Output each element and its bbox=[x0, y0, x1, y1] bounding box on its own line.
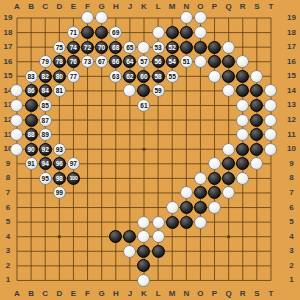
row-label-right: 13 bbox=[287, 101, 296, 109]
black-stone-E16[interactable]: 76 bbox=[67, 55, 80, 68]
row-label-right: 19 bbox=[287, 14, 296, 22]
white-stone-T12[interactable] bbox=[264, 114, 277, 127]
white-stone-O5[interactable] bbox=[194, 216, 207, 229]
white-stone-P9[interactable] bbox=[208, 157, 221, 170]
white-stone-E15[interactable]: 77 bbox=[67, 70, 80, 83]
white-stone-R8[interactable] bbox=[236, 172, 249, 185]
black-stone-H17[interactable]: 68 bbox=[109, 41, 122, 54]
white-stone-K1[interactable] bbox=[137, 274, 150, 287]
black-stone-S14[interactable] bbox=[250, 84, 263, 97]
white-stone-L5[interactable] bbox=[152, 216, 165, 229]
black-stone-N18[interactable] bbox=[180, 26, 193, 39]
column-label-bottom: E bbox=[71, 290, 76, 298]
black-stone-F18[interactable] bbox=[81, 26, 94, 39]
white-stone-O8[interactable] bbox=[194, 172, 207, 185]
row-label-right: 9 bbox=[289, 160, 293, 168]
white-stone-A13[interactable] bbox=[10, 99, 23, 112]
column-label-top: Q bbox=[226, 3, 232, 11]
black-stone-M5[interactable] bbox=[166, 216, 179, 229]
black-stone-L3[interactable] bbox=[152, 245, 165, 258]
white-stone-K4[interactable] bbox=[137, 230, 150, 243]
go-board[interactable]: 7169757472706865535279787673676664575654… bbox=[10, 11, 278, 288]
black-stone-C10[interactable]: 92 bbox=[39, 143, 52, 156]
black-stone-E17[interactable]: 74 bbox=[67, 41, 80, 54]
black-stone-J4[interactable] bbox=[123, 230, 136, 243]
white-stone-D7[interactable]: 99 bbox=[53, 186, 66, 199]
white-stone-L18[interactable] bbox=[152, 26, 165, 39]
column-label-bottom: N bbox=[183, 290, 189, 298]
column-label-top: T bbox=[269, 3, 274, 11]
black-stone-H4[interactable] bbox=[109, 230, 122, 243]
white-stone-R11[interactable] bbox=[236, 128, 249, 141]
row-label-right: 12 bbox=[287, 116, 296, 124]
row-label-right: 7 bbox=[289, 189, 293, 197]
white-stone-Q7[interactable] bbox=[222, 186, 235, 199]
row-label-right: 10 bbox=[287, 145, 296, 153]
white-stone-M15[interactable]: 55 bbox=[166, 70, 179, 83]
white-stone-T10[interactable] bbox=[264, 143, 277, 156]
white-stone-O19[interactable] bbox=[194, 11, 207, 24]
white-stone-D10[interactable]: 93 bbox=[53, 143, 66, 156]
column-label-top: J bbox=[128, 3, 132, 11]
black-stone-Q16[interactable] bbox=[222, 55, 235, 68]
black-stone-P16[interactable] bbox=[208, 55, 221, 68]
black-stone-R15[interactable] bbox=[236, 70, 249, 83]
black-stone-S10[interactable] bbox=[250, 143, 263, 156]
row-label-right: 18 bbox=[287, 29, 296, 37]
white-stone-R13[interactable] bbox=[236, 99, 249, 112]
black-stone-D8[interactable]: 98 bbox=[53, 172, 66, 185]
white-stone-T13[interactable] bbox=[264, 99, 277, 112]
black-stone-Q8[interactable] bbox=[222, 172, 235, 185]
black-stone-B13[interactable] bbox=[25, 99, 38, 112]
black-stone-S11[interactable] bbox=[250, 128, 263, 141]
black-stone-F17[interactable]: 72 bbox=[81, 41, 94, 54]
column-label-top: L bbox=[156, 3, 161, 11]
black-stone-P7[interactable] bbox=[208, 186, 221, 199]
white-stone-K17[interactable] bbox=[137, 41, 150, 54]
go-board-diagram: AABBCCDDEEFFGGHHJJKKLLMMNNOOPPQQRRSSTT19… bbox=[0, 0, 300, 300]
black-stone-N6[interactable] bbox=[180, 201, 193, 214]
column-label-top: M bbox=[169, 3, 176, 11]
white-stone-G19[interactable] bbox=[95, 11, 108, 24]
white-stone-O16[interactable] bbox=[194, 55, 207, 68]
column-label-top: D bbox=[56, 3, 62, 11]
white-stone-K13[interactable]: 61 bbox=[137, 99, 150, 112]
row-label-right: 8 bbox=[289, 174, 293, 182]
column-label-top: O bbox=[197, 3, 203, 11]
black-stone-R14[interactable] bbox=[236, 84, 249, 97]
column-label-bottom: M bbox=[169, 290, 176, 298]
column-label-bottom: C bbox=[42, 290, 48, 298]
black-stone-N17[interactable] bbox=[180, 41, 193, 54]
black-stone-S12[interactable] bbox=[250, 114, 263, 127]
white-stone-N7[interactable] bbox=[180, 186, 193, 199]
row-label-right: 4 bbox=[289, 233, 293, 241]
black-stone-O7[interactable] bbox=[194, 186, 207, 199]
column-label-bottom: Q bbox=[226, 290, 232, 298]
white-stone-R12[interactable] bbox=[236, 114, 249, 127]
column-label-top: K bbox=[141, 3, 147, 11]
row-label-right: 11 bbox=[287, 131, 295, 139]
white-stone-N19[interactable] bbox=[180, 11, 193, 24]
column-label-bottom: T bbox=[269, 290, 274, 298]
black-stone-J16[interactable]: 64 bbox=[123, 55, 136, 68]
column-label-bottom: B bbox=[28, 290, 34, 298]
white-stone-N16[interactable]: 51 bbox=[180, 55, 193, 68]
column-label-bottom: A bbox=[14, 290, 20, 298]
white-stone-A14[interactable] bbox=[10, 84, 23, 97]
black-stone-K14[interactable] bbox=[137, 84, 150, 97]
column-label-top: R bbox=[240, 3, 246, 11]
white-stone-O18[interactable] bbox=[194, 26, 207, 39]
white-stone-F16[interactable]: 73 bbox=[81, 55, 94, 68]
white-stone-C11[interactable]: 89 bbox=[39, 128, 52, 141]
black-stone-G18[interactable] bbox=[95, 26, 108, 39]
white-stone-H18[interactable]: 69 bbox=[109, 26, 122, 39]
black-stone-O17[interactable] bbox=[194, 41, 207, 54]
black-stone-C15[interactable]: 82 bbox=[39, 70, 52, 83]
row-label-right: 6 bbox=[289, 204, 293, 212]
black-stone-Q15[interactable] bbox=[222, 70, 235, 83]
black-stone-N5[interactable] bbox=[180, 216, 193, 229]
row-label-right: 5 bbox=[289, 218, 293, 226]
white-stone-A11[interactable] bbox=[10, 128, 23, 141]
black-stone-K3[interactable] bbox=[137, 245, 150, 258]
black-stone-C9[interactable]: 94 bbox=[39, 157, 52, 170]
column-label-bottom: P bbox=[212, 290, 217, 298]
white-stone-L17[interactable]: 53 bbox=[152, 41, 165, 54]
white-stone-M6[interactable] bbox=[166, 201, 179, 214]
black-stone-R9[interactable] bbox=[236, 157, 249, 170]
column-label-top: A bbox=[14, 3, 20, 11]
column-label-bottom: O bbox=[197, 290, 203, 298]
column-label-top: G bbox=[99, 3, 105, 11]
white-stone-D14[interactable]: 81 bbox=[53, 84, 66, 97]
black-stone-S13[interactable] bbox=[250, 99, 263, 112]
white-stone-P6[interactable] bbox=[208, 201, 221, 214]
black-stone-M18[interactable] bbox=[166, 26, 179, 39]
white-stone-H15[interactable]: 63 bbox=[109, 70, 122, 83]
column-label-bottom: H bbox=[113, 290, 119, 298]
column-label-bottom: R bbox=[240, 290, 246, 298]
column-label-top: H bbox=[113, 3, 119, 11]
white-stone-K16[interactable]: 57 bbox=[137, 55, 150, 68]
column-label-bottom: G bbox=[99, 290, 105, 298]
white-stone-K5[interactable] bbox=[137, 216, 150, 229]
white-stone-J17[interactable]: 65 bbox=[123, 41, 136, 54]
black-stone-B11[interactable]: 88 bbox=[25, 128, 38, 141]
column-label-bottom: F bbox=[85, 290, 90, 298]
white-stone-Q10[interactable] bbox=[222, 143, 235, 156]
column-label-bottom: J bbox=[128, 290, 132, 298]
row-label-right: 1 bbox=[289, 276, 293, 284]
white-stone-C12[interactable]: 87 bbox=[39, 114, 52, 127]
white-stone-L14[interactable]: 59 bbox=[152, 84, 165, 97]
column-label-bottom: D bbox=[56, 290, 62, 298]
black-stone-Q9[interactable] bbox=[222, 157, 235, 170]
row-label-right: 14 bbox=[287, 87, 296, 95]
white-stone-G16[interactable]: 67 bbox=[95, 55, 108, 68]
black-stone-D9[interactable]: 96 bbox=[53, 157, 66, 170]
black-stone-O6[interactable] bbox=[194, 201, 207, 214]
row-label-right: 17 bbox=[287, 43, 296, 51]
white-stone-B15[interactable]: 83 bbox=[25, 70, 38, 83]
white-stone-C13[interactable]: 85 bbox=[39, 99, 52, 112]
white-stone-E18[interactable]: 71 bbox=[67, 26, 80, 39]
black-stone-M16[interactable]: 54 bbox=[166, 55, 179, 68]
column-label-bottom: S bbox=[254, 290, 259, 298]
black-stone-B10[interactable]: 90 bbox=[25, 143, 38, 156]
white-stone-R16[interactable] bbox=[236, 55, 249, 68]
column-label-top: B bbox=[28, 3, 34, 11]
white-stone-S15[interactable] bbox=[250, 70, 263, 83]
row-label-right: 15 bbox=[287, 72, 296, 80]
black-stone-B12[interactable] bbox=[25, 114, 38, 127]
white-stone-E9[interactable]: 97 bbox=[67, 157, 80, 170]
row-label-right: 2 bbox=[289, 262, 293, 270]
column-label-top: N bbox=[183, 3, 189, 11]
white-stone-B9[interactable]: 91 bbox=[25, 157, 38, 170]
white-stone-C8[interactable]: 95 bbox=[39, 172, 52, 185]
black-stone-D16[interactable]: 78 bbox=[53, 55, 66, 68]
black-stone-P8[interactable] bbox=[208, 172, 221, 185]
black-stone-J15[interactable]: 62 bbox=[123, 70, 136, 83]
white-stone-A10[interactable] bbox=[10, 143, 23, 156]
column-label-bottom: L bbox=[156, 290, 161, 298]
white-stone-T14[interactable] bbox=[264, 84, 277, 97]
white-stone-J3[interactable] bbox=[123, 245, 136, 258]
white-stone-P15[interactable] bbox=[208, 70, 221, 83]
column-label-top: P bbox=[212, 3, 217, 11]
black-stone-B14[interactable]: 86 bbox=[25, 84, 38, 97]
white-stone-Q17[interactable] bbox=[222, 41, 235, 54]
black-stone-H16[interactable]: 66 bbox=[109, 55, 122, 68]
column-label-top: F bbox=[85, 3, 90, 11]
black-stone-G17[interactable]: 70 bbox=[95, 41, 108, 54]
white-stone-C16[interactable]: 79 bbox=[39, 55, 52, 68]
white-stone-Q14[interactable] bbox=[222, 84, 235, 97]
white-stone-S9[interactable] bbox=[250, 157, 263, 170]
white-stone-J14[interactable] bbox=[123, 84, 136, 97]
column-label-top: C bbox=[42, 3, 48, 11]
white-stone-D17[interactable]: 75 bbox=[53, 41, 66, 54]
black-stone-D15[interactable]: 80 bbox=[53, 70, 66, 83]
column-label-bottom: K bbox=[141, 290, 147, 298]
black-stone-P17[interactable] bbox=[208, 41, 221, 54]
black-stone-K2[interactable] bbox=[137, 259, 150, 272]
white-stone-A12[interactable] bbox=[10, 114, 23, 127]
black-stone-L16[interactable]: 56 bbox=[152, 55, 165, 68]
black-stone-C14[interactable]: 84 bbox=[39, 84, 52, 97]
column-label-top: E bbox=[71, 3, 76, 11]
column-label-top: S bbox=[254, 3, 259, 11]
black-stone-E8[interactable]: 100 bbox=[67, 172, 80, 185]
black-stone-K15[interactable]: 60 bbox=[137, 70, 150, 83]
white-stone-T11[interactable] bbox=[264, 128, 277, 141]
black-stone-M17[interactable]: 52 bbox=[166, 41, 179, 54]
white-stone-F19[interactable] bbox=[81, 11, 94, 24]
row-label-right: 3 bbox=[289, 247, 293, 255]
white-stone-L4[interactable] bbox=[152, 230, 165, 243]
row-label-right: 16 bbox=[287, 58, 296, 66]
black-stone-R10[interactable] bbox=[236, 143, 249, 156]
black-stone-L15[interactable]: 58 bbox=[152, 70, 165, 83]
